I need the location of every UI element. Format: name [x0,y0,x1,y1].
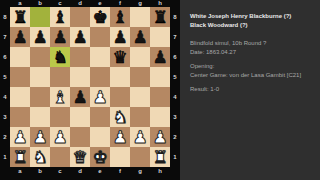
black-bishop-f8[interactable]: ♝ [110,7,130,27]
square-a3[interactable] [10,107,30,127]
square-b7[interactable]: ♟ [30,27,50,47]
coordinate-label-5: 5 [0,67,10,87]
square-d3[interactable] [70,107,90,127]
black-pawn-d7[interactable]: ♟ [70,27,90,47]
square-g8[interactable] [130,7,150,27]
square-b2[interactable]: ♟ [30,127,50,147]
square-c6[interactable]: ♞ [50,47,70,67]
coordinate-label-1: 1 [0,147,10,167]
square-d7[interactable]: ♟ [70,27,90,47]
coordinate-label-5: 5 [170,67,180,87]
square-g7[interactable]: ♟ [130,27,150,47]
coordinate-label-d: d [70,0,90,7]
file-labels-bottom: abcdefgh [10,167,170,180]
square-e6[interactable] [90,47,110,67]
square-a1[interactable]: ♜ [10,147,30,167]
rank-labels-right: 87654321 [170,7,180,167]
coordinate-label-h: h [150,0,170,7]
white-player-line: White Joseph Henry Blackburne (?) [190,12,314,21]
square-e2[interactable] [90,127,110,147]
white-pawn-a2[interactable]: ♟ [10,127,30,147]
white-pawn-e4[interactable]: ♟ [90,87,110,107]
square-d4[interactable]: ♟ [70,87,90,107]
square-a5[interactable] [10,67,30,87]
coordinate-label-1: 1 [170,147,180,167]
square-b5[interactable] [30,67,50,87]
black-pawn-g7[interactable]: ♟ [130,27,150,47]
coordinate-label-7: 7 [170,27,180,47]
square-e5[interactable] [90,67,110,87]
square-f8[interactable]: ♝ [110,7,130,27]
black-knight-c6[interactable]: ♞ [50,47,70,67]
square-h5[interactable] [150,67,170,87]
coordinate-label-a: a [10,167,30,180]
square-f5[interactable] [110,67,130,87]
coordinate-label-8: 8 [0,7,10,27]
coordinate-label-c: c [50,0,70,7]
coordinate-label-3: 3 [0,107,10,127]
coordinate-label-g: g [130,0,150,7]
square-b8[interactable] [30,7,50,27]
white-bishop-c4[interactable]: ♝ [50,87,70,107]
square-h8[interactable]: ♜ [150,7,170,27]
black-queen-f6[interactable]: ♛ [110,47,130,67]
coordinate-label-7: 7 [0,27,10,47]
square-c7[interactable]: ♟ [50,27,70,47]
square-g5[interactable] [130,67,150,87]
white-pawn-c2[interactable]: ♟ [50,127,70,147]
square-h1[interactable]: ♜ [150,147,170,167]
square-d5[interactable] [70,67,90,87]
square-h4[interactable] [150,87,170,107]
white-knight-f3[interactable]: ♞ [110,107,130,127]
white-pawn-f2[interactable]: ♟ [110,127,130,147]
square-c5[interactable] [50,67,70,87]
square-d2[interactable] [70,127,90,147]
square-f7[interactable]: ♟ [110,27,130,47]
result-line: Result: 1-0 [190,85,314,94]
white-pawn-h2[interactable]: ♟ [150,127,170,147]
date-line: Date: 1863.04.27 [190,48,314,57]
square-e3[interactable] [90,107,110,127]
game-info-panel: White Joseph Henry Blackburne (?) Black … [180,0,320,180]
square-e8[interactable]: ♚ [90,7,110,27]
square-d8[interactable] [70,7,90,27]
square-e7[interactable] [90,27,110,47]
black-pawn-b7[interactable]: ♟ [30,27,50,47]
white-pawn-g2[interactable]: ♟ [130,127,150,147]
square-f1[interactable] [110,147,130,167]
black-pawn-d4[interactable]: ♟ [70,87,90,107]
square-g4[interactable] [130,87,150,107]
square-b1[interactable]: ♞ [30,147,50,167]
square-h6[interactable]: ♟ [150,47,170,67]
square-c2[interactable]: ♟ [50,127,70,147]
black-rook-h8[interactable]: ♜ [150,7,170,27]
square-f2[interactable]: ♟ [110,127,130,147]
square-b6[interactable] [30,47,50,67]
black-rook-a8[interactable]: ♜ [10,7,30,27]
rank-labels-left: 87654321 [0,7,10,167]
square-h3[interactable] [150,107,170,127]
chess-board[interactable]: ♜♝♚♝♜♟♟♟♟♟♟♞♛♟♝♟♟♞♟♟♟♟♟♟♜♞♛♚♜ [10,7,170,167]
coordinate-label-2: 2 [0,127,10,147]
coordinate-label-h: h [150,167,170,180]
coordinate-label-a: a [10,0,30,7]
black-pawn-c7[interactable]: ♟ [50,27,70,47]
black-king-e8[interactable]: ♚ [90,7,110,27]
coordinate-label-4: 4 [0,87,10,107]
square-a2[interactable]: ♟ [10,127,30,147]
black-pawn-a7[interactable]: ♟ [10,27,30,47]
square-b3[interactable] [30,107,50,127]
coordinate-label-d: d [70,167,90,180]
square-a7[interactable]: ♟ [10,27,30,47]
square-c1[interactable] [50,147,70,167]
opening-label: Opening: [190,62,314,71]
square-h2[interactable]: ♟ [150,127,170,147]
square-f6[interactable]: ♛ [110,47,130,67]
coordinate-label-b: b [30,167,50,180]
coordinate-label-e: e [90,167,110,180]
black-pawn-h6[interactable]: ♟ [150,47,170,67]
chess-board-area: abcdefgh 87654321 ♜♝♚♝♜♟♟♟♟♟♟♞♛♟♝♟♟♞♟♟♟♟… [0,0,180,180]
square-c4[interactable]: ♝ [50,87,70,107]
white-knight-b1[interactable]: ♞ [30,147,50,167]
square-f3[interactable]: ♞ [110,107,130,127]
coordinate-label-3: 3 [170,107,180,127]
square-e1[interactable]: ♚ [90,147,110,167]
square-b4[interactable] [30,87,50,107]
square-c8[interactable]: ♝ [50,7,70,27]
coordinate-label-b: b [30,0,50,7]
square-f4[interactable] [110,87,130,107]
square-g6[interactable] [130,47,150,67]
white-rook-h1[interactable]: ♜ [150,147,170,167]
coordinate-label-f: f [110,167,130,180]
white-rook-a1[interactable]: ♜ [10,147,30,167]
square-a4[interactable] [10,87,30,107]
white-king-e1[interactable]: ♚ [90,147,110,167]
event-line: Blindfold simul, 10b Round ? [190,39,314,48]
square-a8[interactable]: ♜ [10,7,30,27]
square-g2[interactable]: ♟ [130,127,150,147]
coordinate-label-2: 2 [170,127,180,147]
square-a6[interactable] [10,47,30,67]
square-g3[interactable] [130,107,150,127]
coordinate-label-g: g [130,167,150,180]
coordinate-label-f: f [110,0,130,7]
opening-name: Center Game: von der Lasa Gambit [C21] [190,71,314,80]
square-h7[interactable] [150,27,170,47]
square-d6[interactable] [70,47,90,67]
square-g1[interactable] [130,147,150,167]
coordinate-label-8: 8 [170,7,180,27]
coordinate-label-6: 6 [0,47,10,67]
square-c3[interactable] [50,107,70,127]
square-e4[interactable]: ♟ [90,87,110,107]
black-pawn-f7[interactable]: ♟ [110,27,130,47]
coordinate-label-e: e [90,0,110,7]
square-d1[interactable]: ♛ [70,147,90,167]
coordinate-label-c: c [50,167,70,180]
white-pawn-b2[interactable]: ♟ [30,127,50,147]
file-labels-top: abcdefgh [10,0,170,7]
coordinate-label-6: 6 [170,47,180,67]
black-bishop-c8[interactable]: ♝ [50,7,70,27]
black-player-line: Black Woodward (?) [190,21,314,30]
coordinate-label-4: 4 [170,87,180,107]
white-queen-d1[interactable]: ♛ [70,147,90,167]
